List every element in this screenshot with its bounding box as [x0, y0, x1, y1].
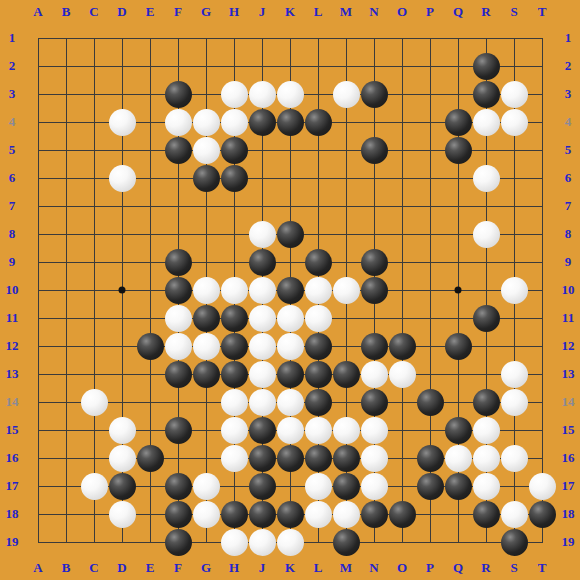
intersection-K18[interactable] [276, 500, 304, 528]
intersection-Q18[interactable] [444, 500, 472, 528]
intersection-F14[interactable] [164, 388, 192, 416]
intersection-T17[interactable] [528, 472, 556, 500]
intersection-O14[interactable] [388, 388, 416, 416]
intersection-B9[interactable] [52, 248, 80, 276]
intersection-P8[interactable] [416, 220, 444, 248]
intersection-O4[interactable] [388, 108, 416, 136]
intersection-J17[interactable] [248, 472, 276, 500]
intersection-N7[interactable] [360, 192, 388, 220]
intersection-T15[interactable] [528, 416, 556, 444]
intersection-C3[interactable] [80, 80, 108, 108]
intersection-T8[interactable] [528, 220, 556, 248]
intersection-L2[interactable] [304, 52, 332, 80]
intersection-Q7[interactable] [444, 192, 472, 220]
intersection-H10[interactable] [220, 276, 248, 304]
intersection-Q5[interactable] [444, 136, 472, 164]
intersection-L3[interactable] [304, 80, 332, 108]
intersection-T3[interactable] [528, 80, 556, 108]
intersection-G11[interactable] [192, 304, 220, 332]
intersection-N15[interactable] [360, 416, 388, 444]
intersection-D8[interactable] [108, 220, 136, 248]
intersection-O2[interactable] [388, 52, 416, 80]
intersection-P5[interactable] [416, 136, 444, 164]
intersection-P11[interactable] [416, 304, 444, 332]
intersection-C12[interactable] [80, 332, 108, 360]
intersection-K17[interactable] [276, 472, 304, 500]
intersection-B8[interactable] [52, 220, 80, 248]
intersection-R14[interactable] [472, 388, 500, 416]
intersection-E12[interactable] [136, 332, 164, 360]
intersection-K10[interactable] [276, 276, 304, 304]
intersection-F3[interactable] [164, 80, 192, 108]
intersection-E3[interactable] [136, 80, 164, 108]
intersection-B13[interactable] [52, 360, 80, 388]
intersection-M19[interactable] [332, 528, 360, 556]
intersection-O10[interactable] [388, 276, 416, 304]
intersection-J5[interactable] [248, 136, 276, 164]
intersection-K2[interactable] [276, 52, 304, 80]
intersection-Q9[interactable] [444, 248, 472, 276]
intersection-P17[interactable] [416, 472, 444, 500]
intersection-G13[interactable] [192, 360, 220, 388]
intersection-H16[interactable] [220, 444, 248, 472]
intersection-G14[interactable] [192, 388, 220, 416]
intersection-R8[interactable] [472, 220, 500, 248]
intersection-M6[interactable] [332, 164, 360, 192]
intersection-E9[interactable] [136, 248, 164, 276]
intersection-A2[interactable] [24, 52, 52, 80]
intersection-S8[interactable] [500, 220, 528, 248]
intersection-E19[interactable] [136, 528, 164, 556]
intersection-J16[interactable] [248, 444, 276, 472]
intersection-Q15[interactable] [444, 416, 472, 444]
intersection-F4[interactable] [164, 108, 192, 136]
intersection-O1[interactable] [388, 24, 416, 52]
intersection-P12[interactable] [416, 332, 444, 360]
intersection-M9[interactable] [332, 248, 360, 276]
intersection-M16[interactable] [332, 444, 360, 472]
intersection-N11[interactable] [360, 304, 388, 332]
intersection-P7[interactable] [416, 192, 444, 220]
intersection-Q3[interactable] [444, 80, 472, 108]
intersection-N16[interactable] [360, 444, 388, 472]
intersection-M14[interactable] [332, 388, 360, 416]
intersection-B4[interactable] [52, 108, 80, 136]
intersection-B18[interactable] [52, 500, 80, 528]
intersection-P16[interactable] [416, 444, 444, 472]
intersection-J2[interactable] [248, 52, 276, 80]
intersection-Q1[interactable] [444, 24, 472, 52]
intersection-E11[interactable] [136, 304, 164, 332]
intersection-D3[interactable] [108, 80, 136, 108]
intersection-O17[interactable] [388, 472, 416, 500]
intersection-G16[interactable] [192, 444, 220, 472]
intersection-K6[interactable] [276, 164, 304, 192]
intersection-N2[interactable] [360, 52, 388, 80]
intersection-J14[interactable] [248, 388, 276, 416]
intersection-S13[interactable] [500, 360, 528, 388]
intersection-D4[interactable] [108, 108, 136, 136]
intersection-A12[interactable] [24, 332, 52, 360]
intersection-L18[interactable] [304, 500, 332, 528]
intersection-T1[interactable] [528, 24, 556, 52]
intersection-A14[interactable] [24, 388, 52, 416]
intersection-A13[interactable] [24, 360, 52, 388]
intersection-F17[interactable] [164, 472, 192, 500]
intersection-M15[interactable] [332, 416, 360, 444]
intersection-J6[interactable] [248, 164, 276, 192]
intersection-E16[interactable] [136, 444, 164, 472]
intersection-O15[interactable] [388, 416, 416, 444]
intersection-P6[interactable] [416, 164, 444, 192]
intersection-Q11[interactable] [444, 304, 472, 332]
intersection-F15[interactable] [164, 416, 192, 444]
intersection-F11[interactable] [164, 304, 192, 332]
intersection-R12[interactable] [472, 332, 500, 360]
intersection-Q17[interactable] [444, 472, 472, 500]
intersection-G15[interactable] [192, 416, 220, 444]
intersection-H17[interactable] [220, 472, 248, 500]
intersection-G4[interactable] [192, 108, 220, 136]
intersection-G2[interactable] [192, 52, 220, 80]
intersection-S10[interactable] [500, 276, 528, 304]
intersection-H1[interactable] [220, 24, 248, 52]
intersection-K4[interactable] [276, 108, 304, 136]
intersection-A3[interactable] [24, 80, 52, 108]
intersection-R18[interactable] [472, 500, 500, 528]
intersection-F7[interactable] [164, 192, 192, 220]
intersection-P10[interactable] [416, 276, 444, 304]
intersection-J3[interactable] [248, 80, 276, 108]
intersection-C17[interactable] [80, 472, 108, 500]
intersection-K8[interactable] [276, 220, 304, 248]
intersection-A4[interactable] [24, 108, 52, 136]
intersection-D18[interactable] [108, 500, 136, 528]
intersection-A6[interactable] [24, 164, 52, 192]
intersection-F5[interactable] [164, 136, 192, 164]
intersection-G3[interactable] [192, 80, 220, 108]
intersection-P2[interactable] [416, 52, 444, 80]
intersection-T2[interactable] [528, 52, 556, 80]
intersection-Q14[interactable] [444, 388, 472, 416]
intersection-L12[interactable] [304, 332, 332, 360]
intersection-R1[interactable] [472, 24, 500, 52]
intersection-K3[interactable] [276, 80, 304, 108]
intersection-H2[interactable] [220, 52, 248, 80]
intersection-E10[interactable] [136, 276, 164, 304]
intersection-R10[interactable] [472, 276, 500, 304]
intersection-L15[interactable] [304, 416, 332, 444]
intersection-E17[interactable] [136, 472, 164, 500]
intersection-F9[interactable] [164, 248, 192, 276]
intersection-M11[interactable] [332, 304, 360, 332]
intersection-F16[interactable] [164, 444, 192, 472]
intersection-T7[interactable] [528, 192, 556, 220]
intersection-R13[interactable] [472, 360, 500, 388]
intersection-F8[interactable] [164, 220, 192, 248]
intersection-O5[interactable] [388, 136, 416, 164]
intersection-J19[interactable] [248, 528, 276, 556]
intersection-M7[interactable] [332, 192, 360, 220]
intersection-L17[interactable] [304, 472, 332, 500]
intersection-S4[interactable] [500, 108, 528, 136]
intersection-O7[interactable] [388, 192, 416, 220]
intersection-D14[interactable] [108, 388, 136, 416]
intersection-K16[interactable] [276, 444, 304, 472]
intersection-D1[interactable] [108, 24, 136, 52]
intersection-E15[interactable] [136, 416, 164, 444]
intersection-G8[interactable] [192, 220, 220, 248]
intersection-H3[interactable] [220, 80, 248, 108]
intersection-F13[interactable] [164, 360, 192, 388]
intersection-D17[interactable] [108, 472, 136, 500]
intersection-G19[interactable] [192, 528, 220, 556]
intersection-P3[interactable] [416, 80, 444, 108]
intersection-J8[interactable] [248, 220, 276, 248]
intersection-O19[interactable] [388, 528, 416, 556]
intersection-B15[interactable] [52, 416, 80, 444]
intersection-L16[interactable] [304, 444, 332, 472]
intersection-E1[interactable] [136, 24, 164, 52]
intersection-E2[interactable] [136, 52, 164, 80]
intersection-N6[interactable] [360, 164, 388, 192]
intersection-Q19[interactable] [444, 528, 472, 556]
intersection-M10[interactable] [332, 276, 360, 304]
intersection-D11[interactable] [108, 304, 136, 332]
intersection-C5[interactable] [80, 136, 108, 164]
intersection-S9[interactable] [500, 248, 528, 276]
intersection-O6[interactable] [388, 164, 416, 192]
intersection-S1[interactable] [500, 24, 528, 52]
intersection-P15[interactable] [416, 416, 444, 444]
intersection-C18[interactable] [80, 500, 108, 528]
intersection-G9[interactable] [192, 248, 220, 276]
intersection-Q6[interactable] [444, 164, 472, 192]
intersection-N9[interactable] [360, 248, 388, 276]
intersection-D13[interactable] [108, 360, 136, 388]
intersection-A10[interactable] [24, 276, 52, 304]
intersection-D9[interactable] [108, 248, 136, 276]
intersection-B6[interactable] [52, 164, 80, 192]
intersection-N8[interactable] [360, 220, 388, 248]
intersection-O12[interactable] [388, 332, 416, 360]
intersection-M8[interactable] [332, 220, 360, 248]
intersection-N19[interactable] [360, 528, 388, 556]
intersection-P18[interactable] [416, 500, 444, 528]
intersection-C15[interactable] [80, 416, 108, 444]
intersection-B17[interactable] [52, 472, 80, 500]
intersection-K9[interactable] [276, 248, 304, 276]
intersection-S5[interactable] [500, 136, 528, 164]
intersection-H4[interactable] [220, 108, 248, 136]
intersection-K15[interactable] [276, 416, 304, 444]
intersection-L13[interactable] [304, 360, 332, 388]
intersection-T4[interactable] [528, 108, 556, 136]
intersection-G10[interactable] [192, 276, 220, 304]
intersection-P9[interactable] [416, 248, 444, 276]
intersection-G7[interactable] [192, 192, 220, 220]
intersection-E18[interactable] [136, 500, 164, 528]
intersection-S6[interactable] [500, 164, 528, 192]
intersection-D6[interactable] [108, 164, 136, 192]
intersection-C2[interactable] [80, 52, 108, 80]
intersection-J9[interactable] [248, 248, 276, 276]
intersection-K13[interactable] [276, 360, 304, 388]
intersection-F1[interactable] [164, 24, 192, 52]
intersection-B11[interactable] [52, 304, 80, 332]
intersection-J11[interactable] [248, 304, 276, 332]
intersection-H13[interactable] [220, 360, 248, 388]
intersection-B12[interactable] [52, 332, 80, 360]
intersection-A9[interactable] [24, 248, 52, 276]
intersection-B16[interactable] [52, 444, 80, 472]
intersection-H7[interactable] [220, 192, 248, 220]
intersection-N4[interactable] [360, 108, 388, 136]
intersection-M12[interactable] [332, 332, 360, 360]
intersection-R16[interactable] [472, 444, 500, 472]
intersection-D5[interactable] [108, 136, 136, 164]
intersection-N5[interactable] [360, 136, 388, 164]
intersection-E5[interactable] [136, 136, 164, 164]
intersection-F10[interactable] [164, 276, 192, 304]
intersection-P13[interactable] [416, 360, 444, 388]
intersection-Q16[interactable] [444, 444, 472, 472]
intersection-H9[interactable] [220, 248, 248, 276]
intersection-K19[interactable] [276, 528, 304, 556]
intersection-N13[interactable] [360, 360, 388, 388]
intersection-N1[interactable] [360, 24, 388, 52]
intersection-C7[interactable] [80, 192, 108, 220]
intersection-A5[interactable] [24, 136, 52, 164]
intersection-F2[interactable] [164, 52, 192, 80]
intersection-E13[interactable] [136, 360, 164, 388]
intersection-T10[interactable] [528, 276, 556, 304]
intersection-T14[interactable] [528, 388, 556, 416]
intersection-O9[interactable] [388, 248, 416, 276]
intersection-O13[interactable] [388, 360, 416, 388]
intersection-T9[interactable] [528, 248, 556, 276]
intersection-C19[interactable] [80, 528, 108, 556]
intersection-S17[interactable] [500, 472, 528, 500]
intersection-F6[interactable] [164, 164, 192, 192]
intersection-S19[interactable] [500, 528, 528, 556]
intersection-B1[interactable] [52, 24, 80, 52]
intersection-S18[interactable] [500, 500, 528, 528]
intersection-K7[interactable] [276, 192, 304, 220]
intersection-K12[interactable] [276, 332, 304, 360]
intersection-Q8[interactable] [444, 220, 472, 248]
intersection-L6[interactable] [304, 164, 332, 192]
intersection-S2[interactable] [500, 52, 528, 80]
intersection-A8[interactable] [24, 220, 52, 248]
intersection-M17[interactable] [332, 472, 360, 500]
intersection-K11[interactable] [276, 304, 304, 332]
intersection-D7[interactable] [108, 192, 136, 220]
intersection-N12[interactable] [360, 332, 388, 360]
intersection-N18[interactable] [360, 500, 388, 528]
intersection-E7[interactable] [136, 192, 164, 220]
intersection-Q13[interactable] [444, 360, 472, 388]
intersection-R15[interactable] [472, 416, 500, 444]
intersection-E8[interactable] [136, 220, 164, 248]
intersection-A15[interactable] [24, 416, 52, 444]
intersection-C1[interactable] [80, 24, 108, 52]
intersection-T18[interactable] [528, 500, 556, 528]
intersection-L19[interactable] [304, 528, 332, 556]
intersection-C14[interactable] [80, 388, 108, 416]
intersection-R2[interactable] [472, 52, 500, 80]
intersection-M3[interactable] [332, 80, 360, 108]
intersection-C8[interactable] [80, 220, 108, 248]
intersection-P14[interactable] [416, 388, 444, 416]
intersection-R19[interactable] [472, 528, 500, 556]
intersection-O18[interactable] [388, 500, 416, 528]
intersection-R5[interactable] [472, 136, 500, 164]
intersection-T19[interactable] [528, 528, 556, 556]
intersection-C9[interactable] [80, 248, 108, 276]
intersection-S12[interactable] [500, 332, 528, 360]
intersection-Q2[interactable] [444, 52, 472, 80]
intersection-E6[interactable] [136, 164, 164, 192]
intersection-S16[interactable] [500, 444, 528, 472]
intersection-K5[interactable] [276, 136, 304, 164]
intersection-D19[interactable] [108, 528, 136, 556]
intersection-H6[interactable] [220, 164, 248, 192]
intersection-N10[interactable] [360, 276, 388, 304]
intersection-B19[interactable] [52, 528, 80, 556]
intersection-D16[interactable] [108, 444, 136, 472]
intersection-T13[interactable] [528, 360, 556, 388]
intersection-S3[interactable] [500, 80, 528, 108]
intersection-O16[interactable] [388, 444, 416, 472]
intersection-J7[interactable] [248, 192, 276, 220]
intersection-H12[interactable] [220, 332, 248, 360]
intersection-S15[interactable] [500, 416, 528, 444]
intersection-E14[interactable] [136, 388, 164, 416]
intersection-L7[interactable] [304, 192, 332, 220]
intersection-R9[interactable] [472, 248, 500, 276]
intersection-H18[interactable] [220, 500, 248, 528]
intersection-A11[interactable] [24, 304, 52, 332]
intersection-R3[interactable] [472, 80, 500, 108]
intersection-K14[interactable] [276, 388, 304, 416]
intersection-D2[interactable] [108, 52, 136, 80]
intersection-S14[interactable] [500, 388, 528, 416]
intersection-G12[interactable] [192, 332, 220, 360]
intersection-H19[interactable] [220, 528, 248, 556]
intersection-C13[interactable] [80, 360, 108, 388]
intersection-L8[interactable] [304, 220, 332, 248]
intersection-T5[interactable] [528, 136, 556, 164]
intersection-B2[interactable] [52, 52, 80, 80]
intersection-P19[interactable] [416, 528, 444, 556]
intersection-N3[interactable] [360, 80, 388, 108]
intersection-B10[interactable] [52, 276, 80, 304]
intersection-F12[interactable] [164, 332, 192, 360]
intersection-J1[interactable] [248, 24, 276, 52]
intersection-B5[interactable] [52, 136, 80, 164]
intersection-G18[interactable] [192, 500, 220, 528]
intersection-H14[interactable] [220, 388, 248, 416]
intersection-R6[interactable] [472, 164, 500, 192]
intersection-C11[interactable] [80, 304, 108, 332]
intersection-L10[interactable] [304, 276, 332, 304]
intersection-A19[interactable] [24, 528, 52, 556]
intersection-T6[interactable] [528, 164, 556, 192]
intersection-C16[interactable] [80, 444, 108, 472]
intersection-N14[interactable] [360, 388, 388, 416]
intersection-C4[interactable] [80, 108, 108, 136]
